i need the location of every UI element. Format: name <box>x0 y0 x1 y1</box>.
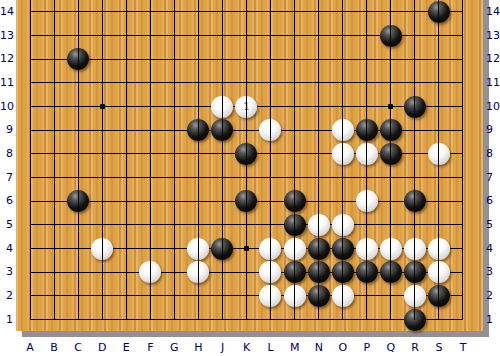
intersection-J13[interactable] <box>210 24 234 48</box>
intersection-S5[interactable] <box>427 213 451 237</box>
intersection-B11[interactable] <box>42 71 66 95</box>
intersection-J5[interactable] <box>210 213 234 237</box>
intersection-S13[interactable] <box>427 24 451 48</box>
intersection-N6[interactable] <box>307 189 331 213</box>
intersection-L11[interactable] <box>258 71 282 95</box>
intersection-T4[interactable] <box>451 237 475 261</box>
intersection-K4[interactable] <box>234 237 258 261</box>
intersection-H2[interactable] <box>186 284 210 308</box>
intersection-J1[interactable] <box>210 308 234 332</box>
intersection-D14[interactable] <box>90 0 114 24</box>
column-label-T: T <box>453 341 473 354</box>
intersection-R9[interactable] <box>403 118 427 142</box>
row-label-right-8: 8 <box>486 147 500 161</box>
intersection-J8[interactable] <box>210 142 234 166</box>
intersection-L3[interactable] <box>258 260 282 284</box>
intersection-N2[interactable] <box>307 284 331 308</box>
white-stone-O2 <box>332 285 354 307</box>
intersection-B7[interactable] <box>42 166 66 190</box>
intersection-A13[interactable] <box>18 24 42 48</box>
intersection-C11[interactable] <box>66 71 90 95</box>
intersection-D5[interactable] <box>90 213 114 237</box>
intersection-L6[interactable] <box>258 189 282 213</box>
intersection-D6[interactable] <box>90 189 114 213</box>
intersection-T11[interactable] <box>451 71 475 95</box>
row-label-right-13: 13 <box>486 29 500 43</box>
intersection-B14[interactable] <box>42 0 66 24</box>
intersection-C6[interactable] <box>66 189 90 213</box>
column-label-M: M <box>285 341 305 354</box>
intersection-M3[interactable] <box>283 260 307 284</box>
intersection-C13[interactable] <box>66 24 90 48</box>
intersection-S14[interactable] <box>427 0 451 24</box>
column-label-Q: Q <box>381 341 401 354</box>
white-stone-D4 <box>91 238 113 260</box>
intersection-T12[interactable] <box>451 47 475 71</box>
intersection-D13[interactable] <box>90 24 114 48</box>
intersection-O4[interactable] <box>331 237 355 261</box>
intersection-N4[interactable] <box>307 237 331 261</box>
intersection-F14[interactable] <box>138 0 162 24</box>
intersection-F3[interactable] <box>138 260 162 284</box>
intersection-P11[interactable] <box>355 71 379 95</box>
intersection-C8[interactable] <box>66 142 90 166</box>
star-point-D10 <box>100 104 105 109</box>
intersection-N5[interactable] <box>307 213 331 237</box>
intersection-S4[interactable] <box>427 237 451 261</box>
intersection-S1[interactable] <box>427 308 451 332</box>
intersection-C1[interactable] <box>66 308 90 332</box>
intersection-Q8[interactable] <box>379 142 403 166</box>
intersection-K8[interactable] <box>234 142 258 166</box>
intersection-R6[interactable] <box>403 189 427 213</box>
intersection-B10[interactable] <box>42 95 66 119</box>
intersection-L14[interactable] <box>258 0 282 24</box>
intersection-D2[interactable] <box>90 284 114 308</box>
intersection-Q14[interactable] <box>379 0 403 24</box>
white-stone-R4 <box>404 238 426 260</box>
intersection-N8[interactable] <box>307 142 331 166</box>
intersection-A2[interactable] <box>18 284 42 308</box>
intersection-Q2[interactable] <box>379 284 403 308</box>
intersection-M10[interactable] <box>283 95 307 119</box>
intersection-K9[interactable] <box>234 118 258 142</box>
intersection-F6[interactable] <box>138 189 162 213</box>
intersection-E10[interactable] <box>114 95 138 119</box>
intersection-M5[interactable] <box>283 213 307 237</box>
black-stone-R3 <box>404 261 426 283</box>
intersection-H5[interactable] <box>186 213 210 237</box>
intersection-F10[interactable] <box>138 95 162 119</box>
intersection-T7[interactable] <box>451 166 475 190</box>
intersection-M11[interactable] <box>283 71 307 95</box>
intersection-B3[interactable] <box>42 260 66 284</box>
intersection-R5[interactable] <box>403 213 427 237</box>
intersection-Q6[interactable] <box>379 189 403 213</box>
intersection-H13[interactable] <box>186 24 210 48</box>
intersection-P2[interactable] <box>355 284 379 308</box>
intersection-P1[interactable] <box>355 308 379 332</box>
intersection-B5[interactable] <box>42 213 66 237</box>
intersection-E6[interactable] <box>114 189 138 213</box>
intersection-H8[interactable] <box>186 142 210 166</box>
black-stone-M5 <box>284 214 306 236</box>
intersection-J9[interactable] <box>210 118 234 142</box>
intersection-E5[interactable] <box>114 213 138 237</box>
intersection-E11[interactable] <box>114 71 138 95</box>
intersection-G6[interactable] <box>162 189 186 213</box>
intersection-A14[interactable] <box>18 0 42 24</box>
intersection-T14[interactable] <box>451 0 475 24</box>
intersection-K7[interactable] <box>234 166 258 190</box>
intersection-Q13[interactable] <box>379 24 403 48</box>
intersection-T13[interactable] <box>451 24 475 48</box>
intersection-J12[interactable] <box>210 47 234 71</box>
intersection-A11[interactable] <box>18 71 42 95</box>
intersection-A8[interactable] <box>18 142 42 166</box>
intersection-E9[interactable] <box>114 118 138 142</box>
intersection-H14[interactable] <box>186 0 210 24</box>
black-stone-S14 <box>428 1 450 23</box>
intersection-B8[interactable] <box>42 142 66 166</box>
column-label-P: P <box>357 341 377 354</box>
intersection-S2[interactable] <box>427 284 451 308</box>
intersection-K11[interactable] <box>234 71 258 95</box>
intersection-P13[interactable] <box>355 24 379 48</box>
intersection-G14[interactable] <box>162 0 186 24</box>
intersection-B2[interactable] <box>42 284 66 308</box>
white-stone-L3 <box>259 261 281 283</box>
intersection-R8[interactable] <box>403 142 427 166</box>
intersection-G3[interactable] <box>162 260 186 284</box>
intersection-R13[interactable] <box>403 24 427 48</box>
intersection-D11[interactable] <box>90 71 114 95</box>
intersection-C12[interactable] <box>66 47 90 71</box>
intersection-F13[interactable] <box>138 24 162 48</box>
intersection-M12[interactable] <box>283 47 307 71</box>
intersection-M14[interactable] <box>283 0 307 24</box>
intersection-L9[interactable] <box>258 118 282 142</box>
intersection-G7[interactable] <box>162 166 186 190</box>
intersection-P6[interactable] <box>355 189 379 213</box>
row-label-left-1: 1 <box>0 313 13 327</box>
intersection-A5[interactable] <box>18 213 42 237</box>
intersection-S8[interactable] <box>427 142 451 166</box>
intersection-S9[interactable] <box>427 118 451 142</box>
intersection-S7[interactable] <box>427 166 451 190</box>
intersection-O1[interactable] <box>331 308 355 332</box>
intersection-O10[interactable] <box>331 95 355 119</box>
intersection-F1[interactable] <box>138 308 162 332</box>
intersection-N9[interactable] <box>307 118 331 142</box>
intersection-J7[interactable] <box>210 166 234 190</box>
intersection-B13[interactable] <box>42 24 66 48</box>
intersection-R12[interactable] <box>403 47 427 71</box>
intersection-H12[interactable] <box>186 47 210 71</box>
intersection-P14[interactable] <box>355 0 379 24</box>
intersection-Q11[interactable] <box>379 71 403 95</box>
intersection-L10[interactable] <box>258 95 282 119</box>
intersection-H1[interactable] <box>186 308 210 332</box>
intersection-D3[interactable] <box>90 260 114 284</box>
black-stone-S2 <box>428 285 450 307</box>
intersection-S6[interactable] <box>427 189 451 213</box>
intersection-O9[interactable] <box>331 118 355 142</box>
intersection-N13[interactable] <box>307 24 331 48</box>
intersection-K13[interactable] <box>234 24 258 48</box>
intersection-D12[interactable] <box>90 47 114 71</box>
intersection-P4[interactable] <box>355 237 379 261</box>
intersection-M2[interactable] <box>283 284 307 308</box>
intersection-S12[interactable] <box>427 47 451 71</box>
black-stone-N4 <box>308 238 330 260</box>
intersection-C14[interactable] <box>66 0 90 24</box>
intersection-E3[interactable] <box>114 260 138 284</box>
intersection-T10[interactable] <box>451 95 475 119</box>
intersection-P12[interactable] <box>355 47 379 71</box>
intersection-Q5[interactable] <box>379 213 403 237</box>
black-stone-N3 <box>308 261 330 283</box>
intersection-P7[interactable] <box>355 166 379 190</box>
intersection-J6[interactable] <box>210 189 234 213</box>
intersection-O6[interactable] <box>331 189 355 213</box>
intersection-A12[interactable] <box>18 47 42 71</box>
intersection-H6[interactable] <box>186 189 210 213</box>
intersection-E8[interactable] <box>114 142 138 166</box>
intersection-O3[interactable] <box>331 260 355 284</box>
intersection-M9[interactable] <box>283 118 307 142</box>
intersection-R10[interactable] <box>403 95 427 119</box>
intersection-G5[interactable] <box>162 213 186 237</box>
white-stone-P4 <box>356 238 378 260</box>
intersection-C7[interactable] <box>66 166 90 190</box>
intersection-M8[interactable] <box>283 142 307 166</box>
intersection-G8[interactable] <box>162 142 186 166</box>
intersection-J3[interactable] <box>210 260 234 284</box>
intersection-N14[interactable] <box>307 0 331 24</box>
intersection-H9[interactable] <box>186 118 210 142</box>
intersection-D4[interactable] <box>90 237 114 261</box>
intersection-K6[interactable] <box>234 189 258 213</box>
intersection-R4[interactable] <box>403 237 427 261</box>
intersection-E1[interactable] <box>114 308 138 332</box>
intersection-C10[interactable] <box>66 95 90 119</box>
intersection-H3[interactable] <box>186 260 210 284</box>
intersection-B9[interactable] <box>42 118 66 142</box>
intersection-Q12[interactable] <box>379 47 403 71</box>
intersection-G13[interactable] <box>162 24 186 48</box>
intersection-M7[interactable] <box>283 166 307 190</box>
intersection-O7[interactable] <box>331 166 355 190</box>
intersection-H7[interactable] <box>186 166 210 190</box>
intersection-P5[interactable] <box>355 213 379 237</box>
column-label-L: L <box>261 341 281 354</box>
white-stone-O8 <box>332 143 354 165</box>
row-label-right-3: 3 <box>486 265 500 279</box>
intersection-R14[interactable] <box>403 0 427 24</box>
intersection-L1[interactable] <box>258 308 282 332</box>
intersection-F8[interactable] <box>138 142 162 166</box>
intersection-M1[interactable] <box>283 308 307 332</box>
intersection-G10[interactable] <box>162 95 186 119</box>
intersection-D9[interactable] <box>90 118 114 142</box>
intersection-O11[interactable] <box>331 71 355 95</box>
intersection-J14[interactable] <box>210 0 234 24</box>
intersection-A10[interactable] <box>18 95 42 119</box>
intersection-F4[interactable] <box>138 237 162 261</box>
intersection-A6[interactable] <box>18 189 42 213</box>
intersection-F5[interactable] <box>138 213 162 237</box>
intersection-J11[interactable] <box>210 71 234 95</box>
intersection-R2[interactable] <box>403 284 427 308</box>
intersection-O13[interactable] <box>331 24 355 48</box>
intersection-S10[interactable] <box>427 95 451 119</box>
intersection-Q9[interactable] <box>379 118 403 142</box>
intersection-Q1[interactable] <box>379 308 403 332</box>
intersection-F2[interactable] <box>138 284 162 308</box>
intersection-G12[interactable] <box>162 47 186 71</box>
intersection-M13[interactable] <box>283 24 307 48</box>
intersection-T1[interactable] <box>451 308 475 332</box>
intersection-K10[interactable]: 1 <box>234 95 258 119</box>
black-stone-R6 <box>404 190 426 212</box>
intersection-M6[interactable] <box>283 189 307 213</box>
intersection-H10[interactable] <box>186 95 210 119</box>
intersection-T2[interactable] <box>451 284 475 308</box>
intersection-L4[interactable] <box>258 237 282 261</box>
intersection-N1[interactable] <box>307 308 331 332</box>
row-label-left-13: 13 <box>0 29 13 43</box>
intersection-M4[interactable] <box>283 237 307 261</box>
white-stone-N5 <box>308 214 330 236</box>
intersection-K12[interactable] <box>234 47 258 71</box>
intersection-E13[interactable] <box>114 24 138 48</box>
intersection-B4[interactable] <box>42 237 66 261</box>
black-stone-C12 <box>67 48 89 70</box>
white-stone-O9 <box>332 119 354 141</box>
intersection-F9[interactable] <box>138 118 162 142</box>
intersection-B6[interactable] <box>42 189 66 213</box>
intersection-A9[interactable] <box>18 118 42 142</box>
intersection-S3[interactable] <box>427 260 451 284</box>
intersection-E12[interactable] <box>114 47 138 71</box>
intersection-L2[interactable] <box>258 284 282 308</box>
intersection-C5[interactable] <box>66 213 90 237</box>
intersection-N10[interactable] <box>307 95 331 119</box>
intersection-K1[interactable] <box>234 308 258 332</box>
intersection-P9[interactable] <box>355 118 379 142</box>
intersection-F12[interactable] <box>138 47 162 71</box>
intersection-R1[interactable] <box>403 308 427 332</box>
intersection-C2[interactable] <box>66 284 90 308</box>
intersection-K14[interactable] <box>234 0 258 24</box>
row-label-left-8: 8 <box>0 147 13 161</box>
intersection-R3[interactable] <box>403 260 427 284</box>
row-label-right-6: 6 <box>486 194 500 208</box>
intersection-L8[interactable] <box>258 142 282 166</box>
intersection-O2[interactable] <box>331 284 355 308</box>
intersection-C4[interactable] <box>66 237 90 261</box>
intersection-L13[interactable] <box>258 24 282 48</box>
intersection-L7[interactable] <box>258 166 282 190</box>
intersection-B1[interactable] <box>42 308 66 332</box>
intersection-Q7[interactable] <box>379 166 403 190</box>
intersection-Q3[interactable] <box>379 260 403 284</box>
intersection-G1[interactable] <box>162 308 186 332</box>
intersection-Q10[interactable] <box>379 95 403 119</box>
intersection-A7[interactable] <box>18 166 42 190</box>
intersection-K2[interactable] <box>234 284 258 308</box>
intersection-G11[interactable] <box>162 71 186 95</box>
intersection-J2[interactable] <box>210 284 234 308</box>
row-label-left-9: 9 <box>0 123 13 137</box>
intersection-D7[interactable] <box>90 166 114 190</box>
intersection-L12[interactable] <box>258 47 282 71</box>
intersection-E4[interactable] <box>114 237 138 261</box>
intersection-F11[interactable] <box>138 71 162 95</box>
intersection-G9[interactable] <box>162 118 186 142</box>
intersection-O14[interactable] <box>331 0 355 24</box>
intersection-E2[interactable] <box>114 284 138 308</box>
intersection-D1[interactable] <box>90 308 114 332</box>
intersection-G4[interactable] <box>162 237 186 261</box>
intersection-N12[interactable] <box>307 47 331 71</box>
intersection-C3[interactable] <box>66 260 90 284</box>
intersection-K3[interactable] <box>234 260 258 284</box>
intersection-C9[interactable] <box>66 118 90 142</box>
intersection-Q4[interactable] <box>379 237 403 261</box>
intersection-K5[interactable] <box>234 213 258 237</box>
intersection-J10[interactable] <box>210 95 234 119</box>
intersection-T3[interactable] <box>451 260 475 284</box>
intersection-S11[interactable] <box>427 71 451 95</box>
intersection-N7[interactable] <box>307 166 331 190</box>
intersection-A4[interactable] <box>18 237 42 261</box>
intersection-R11[interactable] <box>403 71 427 95</box>
column-label-F: F <box>140 341 160 354</box>
intersection-A1[interactable] <box>18 308 42 332</box>
intersection-O12[interactable] <box>331 47 355 71</box>
intersection-E7[interactable] <box>114 166 138 190</box>
column-label-A: A <box>20 341 40 354</box>
intersection-D10[interactable] <box>90 95 114 119</box>
intersection-P8[interactable] <box>355 142 379 166</box>
intersection-T8[interactable] <box>451 142 475 166</box>
intersection-H4[interactable] <box>186 237 210 261</box>
intersection-T5[interactable] <box>451 213 475 237</box>
intersection-N11[interactable] <box>307 71 331 95</box>
intersection-D8[interactable] <box>90 142 114 166</box>
intersection-B12[interactable] <box>42 47 66 71</box>
white-stone-S3 <box>428 261 450 283</box>
intersection-H11[interactable] <box>186 71 210 95</box>
intersection-L5[interactable] <box>258 213 282 237</box>
star-point-K4 <box>244 246 249 251</box>
intersection-O8[interactable] <box>331 142 355 166</box>
intersection-R7[interactable] <box>403 166 427 190</box>
intersection-T6[interactable] <box>451 189 475 213</box>
intersection-N3[interactable] <box>307 260 331 284</box>
intersection-T9[interactable] <box>451 118 475 142</box>
intersection-P10[interactable] <box>355 95 379 119</box>
intersection-A3[interactable] <box>18 260 42 284</box>
intersection-P3[interactable] <box>355 260 379 284</box>
intersection-G2[interactable] <box>162 284 186 308</box>
intersection-O5[interactable] <box>331 213 355 237</box>
intersection-F7[interactable] <box>138 166 162 190</box>
intersection-J4[interactable] <box>210 237 234 261</box>
intersection-E14[interactable] <box>114 0 138 24</box>
